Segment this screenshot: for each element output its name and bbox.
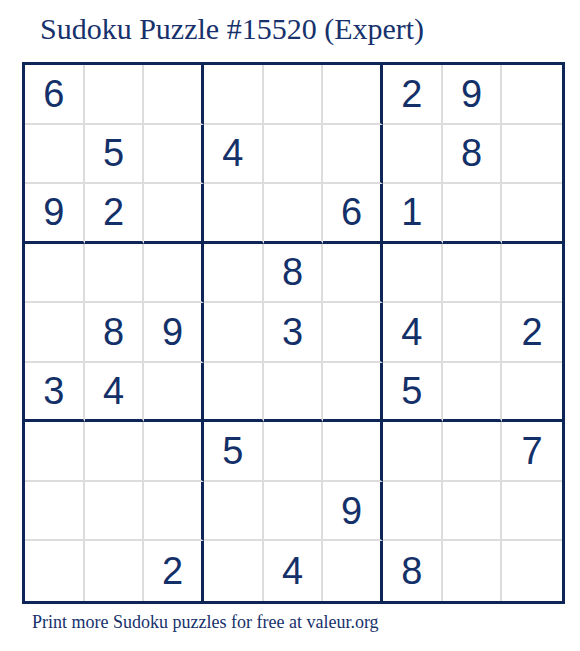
sudoku-cell — [85, 482, 145, 542]
sudoku-cell — [443, 482, 503, 542]
sudoku-cell: 5 — [383, 363, 443, 423]
sudoku-cell — [25, 244, 85, 304]
sudoku-cell — [443, 363, 503, 423]
given-digit: 3 — [282, 313, 303, 351]
sudoku-cell — [25, 541, 85, 601]
sudoku-cell — [383, 244, 443, 304]
sudoku-cell — [264, 125, 324, 185]
given-digit: 4 — [103, 372, 124, 410]
sudoku-cell — [383, 125, 443, 185]
sudoku-cell — [25, 125, 85, 185]
sudoku-cell — [204, 65, 264, 125]
sudoku-cell: 9 — [25, 184, 85, 244]
given-digit: 1 — [401, 193, 422, 231]
sudoku-cell — [502, 65, 562, 125]
given-digit: 9 — [461, 75, 482, 113]
sudoku-cell — [204, 244, 264, 304]
sudoku-cell — [264, 184, 324, 244]
given-digit: 2 — [522, 313, 543, 351]
sudoku-cell: 4 — [264, 541, 324, 601]
sudoku-cell — [323, 422, 383, 482]
given-digit: 8 — [461, 134, 482, 172]
sudoku-cell — [502, 482, 562, 542]
sudoku-cell — [323, 541, 383, 601]
sudoku-cell: 4 — [204, 125, 264, 185]
sudoku-cell — [383, 482, 443, 542]
sudoku-cell — [443, 244, 503, 304]
sudoku-cell: 5 — [204, 422, 264, 482]
sudoku-cell: 8 — [443, 125, 503, 185]
sudoku-cell — [264, 482, 324, 542]
sudoku-cell — [144, 184, 204, 244]
sudoku-cell: 6 — [323, 184, 383, 244]
sudoku-cell — [443, 422, 503, 482]
given-digit: 5 — [401, 372, 422, 410]
given-digit: 9 — [43, 193, 64, 231]
given-digit: 6 — [341, 193, 362, 231]
sudoku-cell — [204, 363, 264, 423]
given-digit: 2 — [401, 75, 422, 113]
sudoku-cell — [25, 482, 85, 542]
sudoku-cell: 2 — [85, 184, 145, 244]
sudoku-cell: 8 — [264, 244, 324, 304]
sudoku-page: Sudoku Puzzle #15520 (Expert) 6295489261… — [0, 0, 580, 651]
given-digit: 2 — [103, 193, 124, 231]
sudoku-cell — [144, 482, 204, 542]
sudoku-cell: 3 — [264, 303, 324, 363]
sudoku-cell — [502, 244, 562, 304]
footer-text: Print more Sudoku puzzles for free at va… — [32, 612, 379, 633]
given-digit: 4 — [282, 552, 303, 590]
sudoku-cell — [323, 363, 383, 423]
sudoku-cell — [443, 541, 503, 601]
given-digit: 7 — [522, 432, 543, 470]
sudoku-cell — [383, 422, 443, 482]
sudoku-cell: 4 — [383, 303, 443, 363]
sudoku-cell — [323, 65, 383, 125]
sudoku-cell: 4 — [85, 363, 145, 423]
sudoku-cell — [264, 65, 324, 125]
sudoku-cell — [25, 422, 85, 482]
sudoku-cell — [85, 65, 145, 125]
sudoku-cell — [144, 422, 204, 482]
sudoku-cell — [204, 541, 264, 601]
sudoku-cell: 6 — [25, 65, 85, 125]
sudoku-cell — [264, 363, 324, 423]
given-digit: 9 — [162, 313, 183, 351]
sudoku-cell — [443, 184, 503, 244]
sudoku-cell — [204, 482, 264, 542]
sudoku-cell: 1 — [383, 184, 443, 244]
sudoku-cell: 9 — [323, 482, 383, 542]
given-digit: 8 — [282, 253, 303, 291]
given-digit: 2 — [162, 552, 183, 590]
page-title: Sudoku Puzzle #15520 (Expert) — [40, 12, 424, 46]
sudoku-cell — [204, 184, 264, 244]
sudoku-cell — [85, 422, 145, 482]
sudoku-cell — [85, 244, 145, 304]
given-digit: 4 — [401, 313, 422, 351]
sudoku-cell — [502, 541, 562, 601]
sudoku-cell — [502, 184, 562, 244]
sudoku-cell — [443, 303, 503, 363]
given-digit: 3 — [43, 372, 64, 410]
sudoku-cell: 8 — [85, 303, 145, 363]
sudoku-cell — [323, 125, 383, 185]
given-digit: 6 — [43, 75, 64, 113]
sudoku-cell — [502, 125, 562, 185]
sudoku-cell: 9 — [144, 303, 204, 363]
sudoku-cell: 7 — [502, 422, 562, 482]
given-digit: 8 — [401, 552, 422, 590]
sudoku-cell — [144, 125, 204, 185]
given-digit: 9 — [341, 492, 362, 530]
sudoku-cell — [264, 422, 324, 482]
given-digit: 5 — [103, 134, 124, 172]
given-digit: 5 — [222, 432, 243, 470]
sudoku-cell — [85, 541, 145, 601]
sudoku-cell: 5 — [85, 125, 145, 185]
sudoku-cell — [323, 303, 383, 363]
sudoku-cell — [204, 303, 264, 363]
sudoku-cell — [144, 363, 204, 423]
sudoku-cell: 2 — [502, 303, 562, 363]
given-digit: 4 — [222, 134, 243, 172]
sudoku-cell — [502, 363, 562, 423]
sudoku-cell: 2 — [144, 541, 204, 601]
sudoku-cell: 2 — [383, 65, 443, 125]
sudoku-grid: 6295489261889342345579248 — [22, 62, 565, 604]
sudoku-cell — [144, 244, 204, 304]
sudoku-cell: 8 — [383, 541, 443, 601]
sudoku-cell: 9 — [443, 65, 503, 125]
sudoku-cell — [323, 244, 383, 304]
sudoku-cell: 3 — [25, 363, 85, 423]
given-digit: 8 — [103, 313, 124, 351]
sudoku-cell — [25, 303, 85, 363]
sudoku-cell — [144, 65, 204, 125]
